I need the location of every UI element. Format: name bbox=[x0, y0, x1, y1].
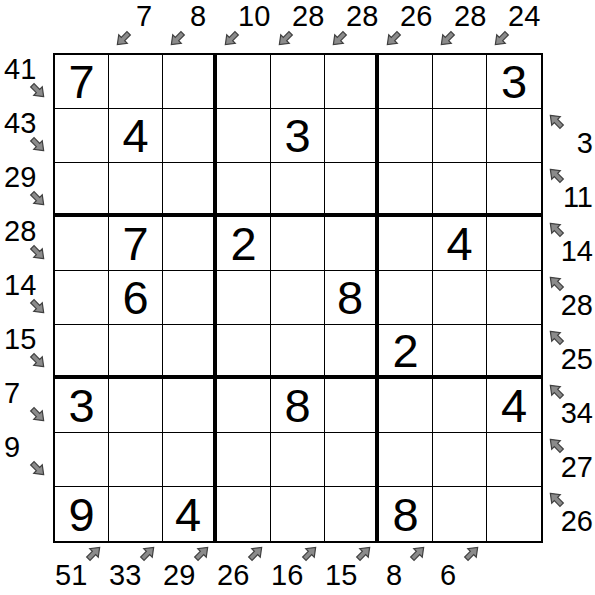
clue-left-row1: 41 bbox=[0, 55, 54, 109]
arrow-up-right-icon bbox=[459, 540, 484, 565]
cell-r8c2[interactable] bbox=[109, 433, 163, 487]
clue-value-left-row8: 9 bbox=[4, 434, 20, 460]
given-digit: 2 bbox=[230, 220, 256, 267]
cell-r5c8[interactable] bbox=[433, 271, 487, 325]
cell-r3c6[interactable] bbox=[325, 163, 379, 217]
given-digit: 4 bbox=[501, 382, 527, 429]
cell-r7c4[interactable] bbox=[217, 379, 271, 433]
cell-r9c7[interactable]: 8 bbox=[379, 487, 433, 541]
clue-bottom-col2: 33 bbox=[109, 541, 163, 595]
clue-value-top-col7: 26 bbox=[400, 3, 428, 29]
clue-left-row4: 28 bbox=[0, 217, 54, 271]
clue-top-col9: 24 bbox=[487, 0, 541, 54]
clue-bottom-col5: 16 bbox=[271, 541, 325, 595]
clue-top-col2: 7 bbox=[109, 0, 163, 54]
clue-right-row6: 25 bbox=[541, 325, 595, 379]
clue-value-right-row5: 28 bbox=[561, 292, 593, 318]
cell-r2c1[interactable] bbox=[55, 109, 109, 163]
cell-r4c8[interactable]: 4 bbox=[433, 217, 487, 271]
clue-right-row4: 14 bbox=[541, 217, 595, 271]
cell-r1c4[interactable] bbox=[217, 55, 271, 109]
clue-right-row5: 28 bbox=[541, 271, 595, 325]
clue-left-row2: 43 bbox=[0, 109, 54, 163]
clue-value-top-col9: 24 bbox=[508, 3, 536, 29]
given-digit: 6 bbox=[122, 274, 148, 321]
cell-r1c1[interactable]: 7 bbox=[55, 55, 109, 109]
given-digit: 8 bbox=[284, 382, 310, 429]
clue-value-left-row6: 15 bbox=[4, 326, 36, 352]
clue-value-right-row9: 26 bbox=[561, 508, 593, 534]
cell-r2c7[interactable] bbox=[379, 109, 433, 163]
cell-r3c4[interactable] bbox=[217, 163, 271, 217]
arrow-up-right-icon bbox=[405, 540, 430, 565]
given-digit: 7 bbox=[122, 220, 148, 267]
clue-value-bottom-col6: 15 bbox=[325, 562, 355, 588]
cell-r8c9[interactable] bbox=[487, 433, 541, 487]
clue-value-bottom-col3: 29 bbox=[163, 562, 193, 588]
cell-r5c9[interactable] bbox=[487, 271, 541, 325]
clue-value-right-row4: 14 bbox=[561, 238, 593, 264]
clue-left-row7: 7 bbox=[0, 379, 54, 433]
clue-left-row3: 29 bbox=[0, 163, 54, 217]
cell-r5c2[interactable]: 6 bbox=[109, 271, 163, 325]
cell-r8c3[interactable] bbox=[163, 433, 217, 487]
cell-r6c3[interactable] bbox=[163, 325, 217, 379]
cell-r3c1[interactable] bbox=[55, 163, 109, 217]
clue-value-left-row2: 43 bbox=[4, 110, 36, 136]
clue-value-left-row3: 29 bbox=[4, 164, 36, 190]
clue-bottom-col6: 15 bbox=[325, 541, 379, 595]
clue-value-top-col2: 7 bbox=[130, 3, 158, 29]
given-digit: 8 bbox=[392, 491, 418, 538]
clue-right-row7: 34 bbox=[541, 379, 595, 433]
cell-r1c7[interactable] bbox=[379, 55, 433, 109]
cell-r2c8[interactable] bbox=[433, 109, 487, 163]
clue-top-col3: 8 bbox=[163, 0, 217, 54]
clue-right-row8: 27 bbox=[541, 433, 595, 487]
clue-bottom-col4: 26 bbox=[217, 541, 271, 595]
clue-right-row9: 26 bbox=[541, 487, 595, 541]
cell-r6c7[interactable]: 2 bbox=[379, 325, 433, 379]
cell-r4c2[interactable]: 7 bbox=[109, 217, 163, 271]
given-digit: 4 bbox=[446, 220, 472, 267]
clue-bottom-col7: 8 bbox=[379, 541, 433, 595]
cell-r8c8[interactable] bbox=[433, 433, 487, 487]
cell-r8c6[interactable] bbox=[325, 433, 379, 487]
cell-r7c5[interactable]: 8 bbox=[271, 379, 325, 433]
cell-r8c1[interactable] bbox=[55, 433, 109, 487]
clue-top-col5: 28 bbox=[271, 0, 325, 54]
clue-top-col4: 10 bbox=[217, 0, 271, 54]
cell-r9c3[interactable]: 4 bbox=[163, 487, 217, 541]
cell-r3c7[interactable] bbox=[379, 163, 433, 217]
cell-r7c7[interactable] bbox=[379, 379, 433, 433]
clue-right-row2: 3 bbox=[541, 109, 595, 163]
cell-r5c3[interactable] bbox=[163, 271, 217, 325]
given-digit: 3 bbox=[284, 112, 310, 159]
cell-r4c6[interactable] bbox=[325, 217, 379, 271]
cell-r1c3[interactable] bbox=[163, 55, 217, 109]
cell-r3c2[interactable] bbox=[109, 163, 163, 217]
cell-r4c3[interactable] bbox=[163, 217, 217, 271]
given-digit: 4 bbox=[122, 112, 148, 159]
clue-value-bottom-col4: 26 bbox=[217, 562, 247, 588]
clue-top-col8: 28 bbox=[433, 0, 487, 54]
arrow-up-left-icon bbox=[543, 108, 568, 133]
puzzle-canvas: 7343724682384948 78102828262824414329281… bbox=[0, 0, 595, 595]
clue-bottom-col8: 6 bbox=[433, 541, 487, 595]
cell-r7c6[interactable] bbox=[325, 379, 379, 433]
clue-bottom-col3: 29 bbox=[163, 541, 217, 595]
clue-right-row3: 11 bbox=[541, 163, 595, 217]
clue-left-row8: 9 bbox=[0, 433, 54, 487]
clue-top-col6: 28 bbox=[325, 0, 379, 54]
clue-value-bottom-col8: 6 bbox=[433, 562, 463, 588]
given-digit: 8 bbox=[337, 274, 363, 321]
cell-r5c4[interactable] bbox=[217, 271, 271, 325]
clue-value-left-row1: 41 bbox=[4, 56, 36, 82]
cell-r9c4[interactable] bbox=[217, 487, 271, 541]
given-digit: 3 bbox=[68, 382, 94, 429]
clue-value-top-col8: 28 bbox=[454, 3, 482, 29]
clue-value-right-row7: 34 bbox=[561, 400, 593, 426]
cell-r1c6[interactable] bbox=[325, 55, 379, 109]
given-digit: 3 bbox=[501, 58, 527, 105]
cell-r7c8[interactable] bbox=[433, 379, 487, 433]
cell-r8c7[interactable] bbox=[379, 433, 433, 487]
arrow-down-right-icon bbox=[25, 456, 50, 481]
cell-r9c1[interactable]: 9 bbox=[55, 487, 109, 541]
cell-r7c2[interactable] bbox=[109, 379, 163, 433]
cell-r1c8[interactable] bbox=[433, 55, 487, 109]
cell-r9c9[interactable] bbox=[487, 487, 541, 541]
cell-r6c5[interactable] bbox=[271, 325, 325, 379]
cell-r5c6[interactable]: 8 bbox=[325, 271, 379, 325]
cell-r2c3[interactable] bbox=[163, 109, 217, 163]
cell-r4c4[interactable]: 2 bbox=[217, 217, 271, 271]
cell-r3c8[interactable] bbox=[433, 163, 487, 217]
cell-r6c8[interactable] bbox=[433, 325, 487, 379]
arrow-down-left-icon bbox=[164, 26, 189, 51]
cell-r5c1[interactable] bbox=[55, 271, 109, 325]
cell-r1c5[interactable] bbox=[271, 55, 325, 109]
cell-r6c2[interactable] bbox=[109, 325, 163, 379]
clue-value-top-col6: 28 bbox=[346, 3, 374, 29]
cell-r3c5[interactable] bbox=[271, 163, 325, 217]
clue-value-right-row8: 27 bbox=[561, 454, 593, 480]
clue-left-row6: 15 bbox=[0, 325, 54, 379]
clue-top-col7: 26 bbox=[379, 0, 433, 54]
cell-r3c9[interactable] bbox=[487, 163, 541, 217]
clue-value-top-col4: 10 bbox=[238, 3, 266, 29]
clue-value-bottom-col5: 16 bbox=[271, 562, 301, 588]
given-digit: 9 bbox=[68, 491, 94, 538]
cell-r2c5[interactable]: 3 bbox=[271, 109, 325, 163]
cell-r4c1[interactable] bbox=[55, 217, 109, 271]
clue-value-top-col5: 28 bbox=[292, 3, 320, 29]
cell-r6c6[interactable] bbox=[325, 325, 379, 379]
clue-value-left-row5: 14 bbox=[4, 272, 36, 298]
cell-r2c2[interactable]: 4 bbox=[109, 109, 163, 163]
cell-r8c4[interactable] bbox=[217, 433, 271, 487]
cell-r7c9[interactable]: 4 bbox=[487, 379, 541, 433]
clue-value-right-row3: 11 bbox=[563, 184, 593, 210]
clue-value-right-row2: 3 bbox=[577, 130, 593, 156]
cell-r5c5[interactable] bbox=[271, 271, 325, 325]
clue-value-bottom-col1: 51 bbox=[55, 562, 85, 588]
arrow-down-right-icon bbox=[25, 402, 50, 427]
cell-r2c9[interactable] bbox=[487, 109, 541, 163]
cell-r5c7[interactable] bbox=[379, 271, 433, 325]
clue-value-left-row7: 7 bbox=[4, 380, 20, 406]
cell-r9c2[interactable] bbox=[109, 487, 163, 541]
clue-left-row5: 14 bbox=[0, 271, 54, 325]
cell-r9c6[interactable] bbox=[325, 487, 379, 541]
sudoku-grid: 7343724682384948 bbox=[53, 53, 543, 543]
cell-r4c5[interactable] bbox=[271, 217, 325, 271]
clue-value-bottom-col2: 33 bbox=[109, 562, 139, 588]
clue-value-top-col3: 8 bbox=[184, 3, 212, 29]
cell-r9c5[interactable] bbox=[271, 487, 325, 541]
arrow-down-left-icon bbox=[110, 26, 135, 51]
clue-bottom-col1: 51 bbox=[55, 541, 109, 595]
cell-r1c9[interactable]: 3 bbox=[487, 55, 541, 109]
cell-r7c1[interactable]: 3 bbox=[55, 379, 109, 433]
cell-r4c9[interactable] bbox=[487, 217, 541, 271]
cell-r2c6[interactable] bbox=[325, 109, 379, 163]
cell-r2c4[interactable] bbox=[217, 109, 271, 163]
cell-r3c3[interactable] bbox=[163, 163, 217, 217]
cell-r9c8[interactable] bbox=[433, 487, 487, 541]
clue-value-bottom-col7: 8 bbox=[379, 562, 409, 588]
given-digit: 2 bbox=[392, 327, 418, 374]
cell-r6c9[interactable] bbox=[487, 325, 541, 379]
given-digit: 4 bbox=[175, 491, 201, 538]
clue-value-right-row6: 25 bbox=[561, 346, 593, 372]
given-digit: 7 bbox=[68, 58, 94, 105]
cell-r6c1[interactable] bbox=[55, 325, 109, 379]
cell-r7c3[interactable] bbox=[163, 379, 217, 433]
clue-value-left-row4: 28 bbox=[4, 218, 36, 244]
cell-r6c4[interactable] bbox=[217, 325, 271, 379]
cell-r1c2[interactable] bbox=[109, 55, 163, 109]
cell-r4c7[interactable] bbox=[379, 217, 433, 271]
cell-r8c5[interactable] bbox=[271, 433, 325, 487]
